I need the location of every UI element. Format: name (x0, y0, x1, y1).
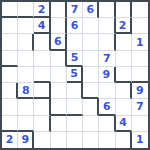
empty-cell-r9c5[interactable] (67, 132, 83, 148)
empty-cell-r6c5[interactable] (67, 83, 83, 99)
empty-cell-r8c9[interactable] (132, 116, 148, 132)
empty-cell-r5c6[interactable] (83, 67, 99, 83)
puzzle-board: 27646261575989674291 (0, 0, 150, 150)
empty-cell-r8c2[interactable] (18, 116, 34, 132)
empty-cell-r7c4[interactable] (51, 99, 67, 115)
given-cell-r9c1: 2 (2, 132, 18, 148)
empty-cell-r6c3[interactable] (34, 83, 50, 99)
empty-cell-r8c7[interactable] (99, 116, 115, 132)
empty-cell-r6c1[interactable] (2, 83, 18, 99)
empty-cell-r1c9[interactable] (132, 2, 148, 18)
empty-cell-r2c2[interactable] (18, 18, 34, 34)
empty-cell-r7c8[interactable] (116, 99, 132, 115)
given-cell-r9c2: 9 (18, 132, 34, 148)
empty-cell-r2c7[interactable] (99, 18, 115, 34)
empty-cell-r4c2[interactable] (18, 51, 34, 67)
empty-cell-r9c4[interactable] (51, 132, 67, 148)
given-cell-r9c9: 1 (132, 132, 148, 148)
given-cell-r1c6: 6 (83, 2, 99, 18)
given-cell-r7c7: 6 (99, 99, 115, 115)
empty-cell-r1c4[interactable] (51, 2, 67, 18)
empty-cell-r9c8[interactable] (116, 132, 132, 148)
empty-cell-r3c2[interactable] (18, 34, 34, 50)
empty-cell-r5c1[interactable] (2, 67, 18, 83)
empty-cell-r7c5[interactable] (67, 99, 83, 115)
given-cell-r3c4: 6 (51, 34, 67, 50)
given-cell-r4c5: 5 (67, 51, 83, 67)
given-cell-r2c3: 4 (34, 18, 50, 34)
empty-cell-r4c6[interactable] (83, 51, 99, 67)
empty-cell-r9c7[interactable] (99, 132, 115, 148)
given-cell-r7c9: 7 (132, 99, 148, 115)
empty-cell-r8c5[interactable] (67, 116, 83, 132)
empty-cell-r6c4[interactable] (51, 83, 67, 99)
empty-cell-r3c1[interactable] (2, 34, 18, 50)
given-cell-r6c9: 9 (132, 83, 148, 99)
empty-cell-r5c3[interactable] (34, 67, 50, 83)
empty-cell-r2c1[interactable] (2, 18, 18, 34)
empty-cell-r3c8[interactable] (116, 34, 132, 50)
empty-cell-r1c7[interactable] (99, 2, 115, 18)
empty-cell-r8c1[interactable] (2, 116, 18, 132)
given-cell-r4c7: 7 (99, 51, 115, 67)
empty-cell-r4c1[interactable] (2, 51, 18, 67)
empty-cell-r6c7[interactable] (99, 83, 115, 99)
empty-cell-r8c3[interactable] (34, 116, 50, 132)
empty-cell-r8c4[interactable] (51, 116, 67, 132)
given-cell-r8c8: 4 (116, 116, 132, 132)
empty-cell-r9c6[interactable] (83, 132, 99, 148)
empty-cell-r5c2[interactable] (18, 67, 34, 83)
empty-cell-r4c9[interactable] (132, 51, 148, 67)
empty-cell-r1c1[interactable] (2, 2, 18, 18)
empty-cell-r7c3[interactable] (34, 99, 50, 115)
empty-cell-r7c2[interactable] (18, 99, 34, 115)
empty-cell-r5c4[interactable] (51, 67, 67, 83)
empty-cell-r8c6[interactable] (83, 116, 99, 132)
given-cell-r1c5: 7 (67, 2, 83, 18)
empty-cell-r3c5[interactable] (67, 34, 83, 50)
empty-cell-r5c8[interactable] (116, 67, 132, 83)
empty-cell-r1c8[interactable] (116, 2, 132, 18)
empty-cell-r1c2[interactable] (18, 2, 34, 18)
empty-cell-r3c7[interactable] (99, 34, 115, 50)
empty-cell-r7c6[interactable] (83, 99, 99, 115)
given-cell-r2c5: 6 (67, 18, 83, 34)
empty-cell-r9c3[interactable] (34, 132, 50, 148)
empty-cell-r5c9[interactable] (132, 67, 148, 83)
empty-cell-r4c3[interactable] (34, 51, 50, 67)
empty-cell-r6c6[interactable] (83, 83, 99, 99)
given-cell-r6c2: 8 (18, 83, 34, 99)
empty-cell-r6c8[interactable] (116, 83, 132, 99)
given-cell-r2c8: 2 (116, 18, 132, 34)
given-cell-r3c9: 1 (132, 34, 148, 50)
given-cell-r5c5: 5 (67, 67, 83, 83)
given-cell-r1c3: 2 (34, 2, 50, 18)
empty-cell-r4c4[interactable] (51, 51, 67, 67)
empty-cell-r7c1[interactable] (2, 99, 18, 115)
empty-cell-r2c6[interactable] (83, 18, 99, 34)
empty-cell-r3c6[interactable] (83, 34, 99, 50)
empty-cell-r2c4[interactable] (51, 18, 67, 34)
empty-cell-r3c3[interactable] (34, 34, 50, 50)
empty-cell-r4c8[interactable] (116, 51, 132, 67)
given-cell-r5c7: 9 (99, 67, 115, 83)
empty-cell-r2c9[interactable] (132, 18, 148, 34)
